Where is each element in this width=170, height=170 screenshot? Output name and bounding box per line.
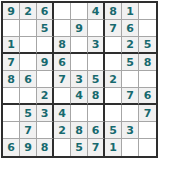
cell-r6c2[interactable] [20, 88, 37, 105]
cell-r4c6[interactable] [88, 54, 105, 71]
cell-r4c8: 5 [122, 54, 139, 71]
sudoku-widget: 9264815976183257965886735224876534772865… [0, 0, 170, 170]
cell-r7c2: 5 [20, 105, 37, 122]
cell-r4c7[interactable] [105, 54, 122, 71]
cell-r4c4: 6 [54, 54, 71, 71]
cell-r2c1[interactable] [3, 20, 20, 37]
cell-r2c9[interactable] [139, 20, 156, 37]
cell-r7c1[interactable] [3, 105, 20, 122]
cell-r9c4[interactable] [54, 139, 71, 156]
cell-r8c5: 8 [71, 122, 88, 139]
cell-r2c5: 9 [71, 20, 88, 37]
cell-r2c3: 5 [37, 20, 54, 37]
cell-r9c9[interactable] [139, 139, 156, 156]
cell-r5c7: 2 [105, 71, 122, 88]
cell-r7c9: 7 [139, 105, 156, 122]
cell-r1c4[interactable] [54, 3, 71, 20]
cell-r1c3: 6 [37, 3, 54, 20]
cell-r6c7[interactable] [105, 88, 122, 105]
cell-r8c1[interactable] [3, 122, 20, 139]
cell-r3c2[interactable] [20, 37, 37, 54]
cell-r7c7[interactable] [105, 105, 122, 122]
cell-r7c6[interactable] [88, 105, 105, 122]
cell-r5c4: 7 [54, 71, 71, 88]
cell-r2c2[interactable] [20, 20, 37, 37]
cell-r8c8: 3 [122, 122, 139, 139]
cell-r5c6: 5 [88, 71, 105, 88]
cell-r1c5[interactable] [71, 3, 88, 20]
cell-r6c8: 7 [122, 88, 139, 105]
cell-r5c9[interactable] [139, 71, 156, 88]
cell-r6c1[interactable] [3, 88, 20, 105]
cell-r4c5[interactable] [71, 54, 88, 71]
cell-r1c9[interactable] [139, 3, 156, 20]
cell-r5c3[interactable] [37, 71, 54, 88]
cell-r8c9[interactable] [139, 122, 156, 139]
cell-r9c6: 7 [88, 139, 105, 156]
cell-r7c5[interactable] [71, 105, 88, 122]
cell-r1c1: 9 [3, 3, 20, 20]
sudoku-board: 9264815976183257965886735224876534772865… [1, 1, 158, 158]
cell-r8c2: 7 [20, 122, 37, 139]
cell-r6c4[interactable] [54, 88, 71, 105]
cell-r6c6: 8 [88, 88, 105, 105]
cell-r8c3[interactable] [37, 122, 54, 139]
cell-r4c1: 7 [3, 54, 20, 71]
cell-r1c7: 8 [105, 3, 122, 20]
cell-r3c6: 3 [88, 37, 105, 54]
cell-r1c8: 1 [122, 3, 139, 20]
cell-r4c2[interactable] [20, 54, 37, 71]
cell-r3c5[interactable] [71, 37, 88, 54]
cell-r5c5: 3 [71, 71, 88, 88]
cell-r3c9: 5 [139, 37, 156, 54]
cell-r6c9: 6 [139, 88, 156, 105]
cell-r9c2: 9 [20, 139, 37, 156]
cell-r3c1: 1 [3, 37, 20, 54]
cell-r3c7[interactable] [105, 37, 122, 54]
cell-r2c7: 7 [105, 20, 122, 37]
cell-r9c8[interactable] [122, 139, 139, 156]
cell-r9c1: 6 [3, 139, 20, 156]
cell-r4c3: 9 [37, 54, 54, 71]
cell-r9c5: 5 [71, 139, 88, 156]
cell-r9c7: 1 [105, 139, 122, 156]
cell-r3c8: 2 [122, 37, 139, 54]
cell-r3c4: 8 [54, 37, 71, 54]
cell-r2c8: 6 [122, 20, 139, 37]
cell-r1c2: 2 [20, 3, 37, 20]
cell-r8c6: 6 [88, 122, 105, 139]
cell-r7c3: 3 [37, 105, 54, 122]
cell-r2c6[interactable] [88, 20, 105, 37]
cell-r9c3: 8 [37, 139, 54, 156]
cell-r6c5: 4 [71, 88, 88, 105]
cell-r1c6: 4 [88, 3, 105, 20]
cell-r7c8[interactable] [122, 105, 139, 122]
cell-r5c2: 6 [20, 71, 37, 88]
cell-r8c7: 5 [105, 122, 122, 139]
cell-r7c4: 4 [54, 105, 71, 122]
cell-r2c4[interactable] [54, 20, 71, 37]
cell-r8c4: 2 [54, 122, 71, 139]
cell-r3c3[interactable] [37, 37, 54, 54]
cell-r5c8[interactable] [122, 71, 139, 88]
cell-r5c1: 8 [3, 71, 20, 88]
cell-r6c3: 2 [37, 88, 54, 105]
cell-r4c9: 8 [139, 54, 156, 71]
